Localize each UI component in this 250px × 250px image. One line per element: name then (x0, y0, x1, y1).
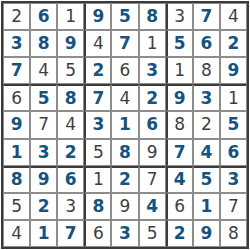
cell-r4c1[interactable]: 6 (3, 84, 30, 111)
cell-r1c5[interactable]: 5 (111, 3, 138, 30)
cell-r6c2[interactable]: 3 (30, 139, 57, 166)
cell-r1c8[interactable]: 7 (193, 3, 220, 30)
cell-r6c4[interactable]: 5 (84, 139, 111, 166)
cell-r3c7[interactable]: 1 (166, 57, 193, 84)
cell-r6c1[interactable]: 1 (3, 139, 30, 166)
cell-r9c3[interactable]: 7 (57, 220, 84, 247)
cell-r2c1[interactable]: 3 (3, 30, 30, 57)
cell-r3c4[interactable]: 2 (84, 57, 111, 84)
cell-r2c3[interactable]: 9 (57, 30, 84, 57)
cell-r5c2[interactable]: 7 (30, 111, 57, 138)
cell-r9c9[interactable]: 8 (220, 220, 247, 247)
cell-r5c6[interactable]: 6 (139, 111, 166, 138)
cell-r2c7[interactable]: 5 (166, 30, 193, 57)
cell-r2c9[interactable]: 2 (220, 30, 247, 57)
cell-r7c6[interactable]: 7 (139, 166, 166, 193)
cell-r1c1[interactable]: 2 (3, 3, 30, 30)
cell-r3c5[interactable]: 6 (111, 57, 138, 84)
cell-r5c5[interactable]: 1 (111, 111, 138, 138)
cell-r4c3[interactable]: 8 (57, 84, 84, 111)
cell-r1c3[interactable]: 1 (57, 3, 84, 30)
cell-r6c9[interactable]: 6 (220, 139, 247, 166)
cell-r5c8[interactable]: 2 (193, 111, 220, 138)
cell-r8c9[interactable]: 7 (220, 193, 247, 220)
cell-r5c9[interactable]: 5 (220, 111, 247, 138)
cell-r6c5[interactable]: 8 (111, 139, 138, 166)
cell-r7c9[interactable]: 3 (220, 166, 247, 193)
cell-r8c2[interactable]: 2 (30, 193, 57, 220)
cell-r7c2[interactable]: 9 (30, 166, 57, 193)
cell-r3c9[interactable]: 9 (220, 57, 247, 84)
cell-r1c7[interactable]: 3 (166, 3, 193, 30)
cell-r7c1[interactable]: 8 (3, 166, 30, 193)
cell-r8c6[interactable]: 4 (139, 193, 166, 220)
cell-r9c6[interactable]: 5 (139, 220, 166, 247)
cell-r1c6[interactable]: 8 (139, 3, 166, 30)
cell-r6c3[interactable]: 2 (57, 139, 84, 166)
cell-r8c7[interactable]: 6 (166, 193, 193, 220)
cell-r1c9[interactable]: 4 (220, 3, 247, 30)
sudoku-board: 2619583743894715627452631896587429319743… (1, 1, 249, 249)
cell-r2c8[interactable]: 6 (193, 30, 220, 57)
cell-r3c2[interactable]: 4 (30, 57, 57, 84)
cell-r2c2[interactable]: 8 (30, 30, 57, 57)
cell-r3c1[interactable]: 7 (3, 57, 30, 84)
cell-r5c4[interactable]: 3 (84, 111, 111, 138)
cell-r9c8[interactable]: 9 (193, 220, 220, 247)
cell-r4c8[interactable]: 3 (193, 84, 220, 111)
cell-r4c2[interactable]: 5 (30, 84, 57, 111)
cell-r9c1[interactable]: 4 (3, 220, 30, 247)
cell-r9c2[interactable]: 1 (30, 220, 57, 247)
cell-r7c5[interactable]: 2 (111, 166, 138, 193)
cell-r7c4[interactable]: 1 (84, 166, 111, 193)
cell-r2c5[interactable]: 7 (111, 30, 138, 57)
cell-r3c3[interactable]: 5 (57, 57, 84, 84)
cell-r2c6[interactable]: 1 (139, 30, 166, 57)
cell-r5c1[interactable]: 9 (3, 111, 30, 138)
cell-r4c4[interactable]: 7 (84, 84, 111, 111)
cell-r6c7[interactable]: 7 (166, 139, 193, 166)
cell-r8c8[interactable]: 1 (193, 193, 220, 220)
cell-r3c8[interactable]: 8 (193, 57, 220, 84)
cell-r8c1[interactable]: 5 (3, 193, 30, 220)
cell-r3c6[interactable]: 3 (139, 57, 166, 84)
cell-r5c3[interactable]: 4 (57, 111, 84, 138)
cell-r4c9[interactable]: 1 (220, 84, 247, 111)
cell-r7c7[interactable]: 4 (166, 166, 193, 193)
cell-r7c3[interactable]: 6 (57, 166, 84, 193)
cell-r1c4[interactable]: 9 (84, 3, 111, 30)
cell-r8c3[interactable]: 3 (57, 193, 84, 220)
cell-r6c6[interactable]: 9 (139, 139, 166, 166)
cell-r6c8[interactable]: 4 (193, 139, 220, 166)
cell-r4c6[interactable]: 2 (139, 84, 166, 111)
cell-r5c7[interactable]: 8 (166, 111, 193, 138)
cell-r1c2[interactable]: 6 (30, 3, 57, 30)
cell-r8c4[interactable]: 8 (84, 193, 111, 220)
cell-r9c7[interactable]: 2 (166, 220, 193, 247)
cell-r4c7[interactable]: 9 (166, 84, 193, 111)
cell-r9c4[interactable]: 6 (84, 220, 111, 247)
cell-r9c5[interactable]: 3 (111, 220, 138, 247)
cell-r7c8[interactable]: 5 (193, 166, 220, 193)
cell-r2c4[interactable]: 4 (84, 30, 111, 57)
cell-r8c5[interactable]: 9 (111, 193, 138, 220)
cell-r4c5[interactable]: 4 (111, 84, 138, 111)
